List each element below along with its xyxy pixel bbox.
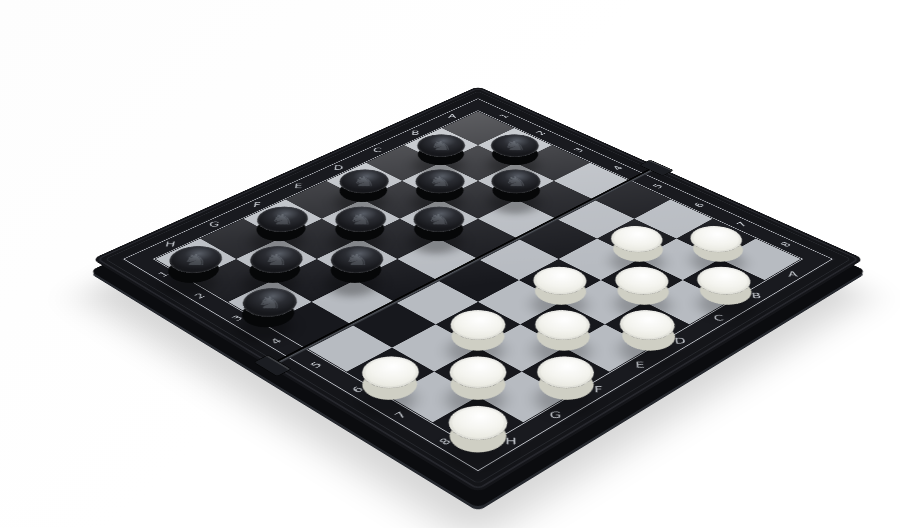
- rank-label-1: 1: [478, 104, 530, 128]
- photo-background: ABCDEFGH ABCDEFGH 12345678 12345678 ♞♞♞♞…: [0, 0, 900, 528]
- board-3d-wrap: ABCDEFGH ABCDEFGH 12345678 12345678 ♞♞♞♞…: [92, 86, 864, 493]
- rank-labels-bottom: 12345678: [136, 259, 478, 461]
- file-label-E: E: [625, 348, 656, 382]
- knight-emblem-icon: ♞: [417, 134, 465, 156]
- knight-emblem-icon: ♞: [241, 288, 299, 317]
- black-checker-D1: ♞: [330, 164, 399, 198]
- knight-emblem-icon: ♞: [248, 246, 304, 273]
- white-checker-F6: [439, 304, 516, 346]
- file-label-G: G: [541, 397, 571, 434]
- black-checker-B3: ♞: [481, 164, 550, 198]
- square-G5: [351, 302, 436, 348]
- board-grid: ♞♞♞♞♞♞♞♞♞♞♞♞: [156, 111, 801, 448]
- file-label-C: C: [365, 138, 390, 163]
- black-checker-C2: ♞: [405, 164, 474, 198]
- file-label-C: C: [703, 302, 735, 334]
- square-C5: [518, 219, 597, 259]
- square-C7: [601, 259, 683, 302]
- knight-emblem-icon: ♞: [330, 246, 384, 273]
- black-checker-H3: ♞: [232, 282, 308, 322]
- knight-emblem-icon: ♞: [338, 169, 389, 193]
- square-E7: [520, 302, 605, 348]
- square-E2: ♞: [322, 200, 400, 239]
- white-checker-E7: [524, 304, 601, 346]
- rank-label-3: 3: [552, 138, 604, 163]
- black-checker-B1: ♞: [408, 130, 475, 162]
- white-checker-G7: [438, 350, 518, 395]
- white-checker-C7: [604, 261, 679, 300]
- square-G7: [434, 348, 521, 397]
- white-checker-D6: [523, 261, 598, 300]
- white-checker-B6: [601, 220, 673, 257]
- file-label-A: A: [777, 259, 809, 289]
- file-label-E: E: [284, 173, 311, 199]
- black-checker-D3: ♞: [403, 201, 474, 237]
- square-G2: ♞: [236, 239, 317, 281]
- rank-label-7: 7: [368, 397, 434, 434]
- knight-emblem-icon: ♞: [491, 169, 541, 193]
- square-B3: ♞: [478, 163, 554, 200]
- rank-label-8: 8: [758, 230, 813, 259]
- square-E5: [437, 259, 519, 302]
- square-E4: [397, 239, 478, 281]
- file-label-A: A: [441, 105, 464, 128]
- square-D3: ♞: [400, 200, 478, 239]
- board-frame: ABCDEFGH ABCDEFGH 12345678 12345678 ♞♞♞♞…: [92, 86, 864, 493]
- board-surface: ABCDEFGH ABCDEFGH 12345678 12345678 ♞♞♞♞…: [120, 97, 836, 473]
- rank-label-6: 6: [672, 191, 726, 218]
- knight-emblem-icon: ♞: [255, 206, 309, 231]
- square-B6: [597, 219, 676, 259]
- black-checker-G2: ♞: [240, 240, 314, 278]
- knight-emblem-icon: ♞: [167, 246, 225, 273]
- knight-emblem-icon: ♞: [491, 134, 539, 156]
- knight-emblem-icon: ♞: [413, 206, 464, 231]
- square-C2: ♞: [402, 163, 478, 200]
- square-D6: [519, 259, 601, 302]
- knight-emblem-icon: ♞: [334, 206, 387, 231]
- file-label-G: G: [199, 210, 229, 238]
- square-F6: [436, 302, 521, 348]
- square-C4: [478, 200, 556, 239]
- knight-emblem-icon: ♞: [415, 169, 465, 193]
- square-F3: ♞: [317, 239, 398, 281]
- square-G4: [312, 280, 395, 324]
- black-checker-F3: ♞: [320, 240, 394, 278]
- black-checker-E2: ♞: [325, 201, 396, 237]
- rank-label-2: 2: [168, 280, 230, 312]
